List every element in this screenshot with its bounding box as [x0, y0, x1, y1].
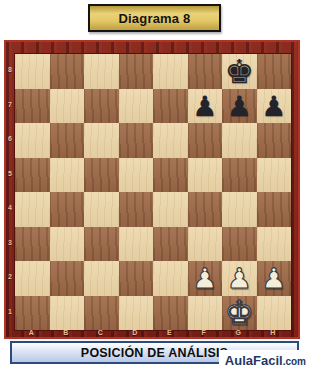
square-f5 — [188, 158, 223, 193]
square-f6 — [188, 123, 223, 158]
diagram-page: Diagrama 8 ♚♟♟♟♟♟♟♚ 87654321 ABCDEFGH PO… — [0, 0, 309, 370]
square-b2 — [50, 261, 85, 296]
square-f2: ♟ — [188, 261, 223, 296]
file-label-g: G — [221, 329, 256, 337]
rank-label-1: 1 — [6, 295, 14, 330]
rank-label-7: 7 — [6, 88, 14, 123]
watermark: AulaFacil.com — [219, 350, 308, 370]
square-f8 — [188, 54, 223, 89]
diagram-title: Diagrama 8 — [118, 11, 190, 26]
square-g6 — [222, 123, 257, 158]
black-pawn-f7-piece: ♟ — [192, 93, 217, 121]
square-d4 — [119, 192, 154, 227]
square-h7: ♟ — [257, 89, 292, 124]
square-d2 — [119, 261, 154, 296]
square-f7: ♟ — [188, 89, 223, 124]
square-h8 — [257, 54, 292, 89]
square-e8 — [153, 54, 188, 89]
file-label-a: A — [14, 329, 49, 337]
caption-text: POSICIÓN DE ANÁLISIS — [81, 346, 228, 360]
square-g4 — [222, 192, 257, 227]
white-pawn-h2-piece: ♟ — [261, 265, 286, 293]
square-e3 — [153, 227, 188, 262]
square-d1 — [119, 296, 154, 331]
square-h2: ♟ — [257, 261, 292, 296]
rank-label-6: 6 — [6, 122, 14, 157]
rank-label-2: 2 — [6, 260, 14, 295]
square-c7 — [84, 89, 119, 124]
square-b4 — [50, 192, 85, 227]
square-c4 — [84, 192, 119, 227]
square-g1: ♚ — [222, 296, 257, 331]
square-e4 — [153, 192, 188, 227]
square-a4 — [15, 192, 50, 227]
black-pawn-g7-piece: ♟ — [227, 93, 252, 121]
square-a2 — [15, 261, 50, 296]
square-b8 — [50, 54, 85, 89]
square-a3 — [15, 227, 50, 262]
square-f4 — [188, 192, 223, 227]
watermark-brand: AulaFacil — [225, 353, 283, 368]
file-label-e: E — [152, 329, 187, 337]
square-h4 — [257, 192, 292, 227]
watermark-text: AulaFacil.com — [224, 351, 307, 370]
rank-label-3: 3 — [6, 226, 14, 261]
white-king-g1-piece: ♚ — [224, 296, 254, 329]
square-e1 — [153, 296, 188, 331]
file-label-f: F — [187, 329, 222, 337]
rank-label-8: 8 — [6, 53, 14, 88]
square-c8 — [84, 54, 119, 89]
square-g3 — [222, 227, 257, 262]
square-a8 — [15, 54, 50, 89]
square-h6 — [257, 123, 292, 158]
black-pawn-h7-piece: ♟ — [261, 93, 286, 121]
square-h1 — [257, 296, 292, 331]
watermark-tld: .com — [283, 356, 306, 367]
square-d3 — [119, 227, 154, 262]
square-a5 — [15, 158, 50, 193]
white-pawn-g2-piece: ♟ — [227, 265, 252, 293]
square-c6 — [84, 123, 119, 158]
square-d6 — [119, 123, 154, 158]
file-label-b: B — [49, 329, 84, 337]
diagram-title-plaque: Diagrama 8 — [88, 4, 221, 32]
square-a6 — [15, 123, 50, 158]
square-b5 — [50, 158, 85, 193]
square-d5 — [119, 158, 154, 193]
file-label-h: H — [256, 329, 291, 337]
square-d8 — [119, 54, 154, 89]
square-a1 — [15, 296, 50, 331]
square-b7 — [50, 89, 85, 124]
square-f1 — [188, 296, 223, 331]
square-b3 — [50, 227, 85, 262]
white-pawn-f2-piece: ♟ — [192, 265, 217, 293]
square-a7 — [15, 89, 50, 124]
black-king-g8-piece: ♚ — [224, 55, 254, 88]
file-label-c: C — [83, 329, 118, 337]
chess-board: ♚♟♟♟♟♟♟♚ — [14, 53, 292, 331]
square-g8: ♚ — [222, 54, 257, 89]
square-c1 — [84, 296, 119, 331]
chess-board-frame: ♚♟♟♟♟♟♟♚ 87654321 ABCDEFGH — [4, 40, 300, 339]
rank-label-5: 5 — [6, 157, 14, 192]
square-g5 — [222, 158, 257, 193]
square-h3 — [257, 227, 292, 262]
square-g7: ♟ — [222, 89, 257, 124]
square-e6 — [153, 123, 188, 158]
square-c5 — [84, 158, 119, 193]
rank-label-4: 4 — [6, 191, 14, 226]
square-c3 — [84, 227, 119, 262]
file-label-d: D — [118, 329, 153, 337]
square-b1 — [50, 296, 85, 331]
square-e5 — [153, 158, 188, 193]
square-c2 — [84, 261, 119, 296]
square-e7 — [153, 89, 188, 124]
square-d7 — [119, 89, 154, 124]
square-h5 — [257, 158, 292, 193]
square-f3 — [188, 227, 223, 262]
square-b6 — [50, 123, 85, 158]
square-g2: ♟ — [222, 261, 257, 296]
square-e2 — [153, 261, 188, 296]
